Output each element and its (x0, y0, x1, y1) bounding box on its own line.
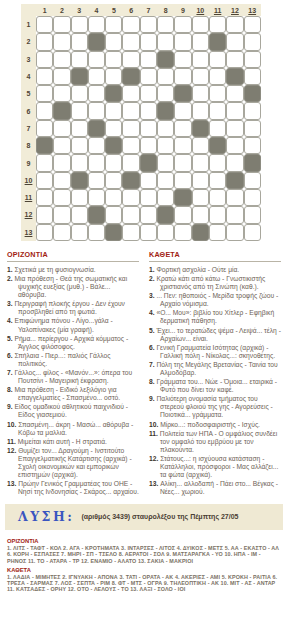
row-label-13: 13 (21, 224, 36, 241)
col-label-2: 2 (53, 4, 70, 16)
cell-r7c8[interactable] (157, 120, 174, 137)
clue-number: 12. (149, 455, 160, 462)
cell-r3c4[interactable] (88, 51, 105, 68)
solution-banner: ΛΥΣΗ: (αριθμός 3439) σταυρολέξου της Πέμ… (5, 504, 283, 530)
cell-r6c11[interactable] (209, 102, 226, 119)
cell-r2c9[interactable] (174, 33, 191, 50)
cell-r5c10[interactable] (192, 85, 209, 102)
cell-r10c13[interactable] (244, 172, 261, 189)
block-cell-r7c10 (192, 120, 209, 137)
cell-r8c8[interactable] (157, 137, 174, 154)
cell-r13c11[interactable] (209, 224, 226, 241)
col-label-13: 13 (244, 4, 261, 16)
cell-r9c1[interactable] (36, 154, 53, 171)
clue-number: 8. (149, 378, 156, 385)
cell-r3c9[interactable] (174, 51, 191, 68)
across-clue-3: 3. Περιγραφή πλοκής έργου - Δεν έχουν πρ… (7, 300, 139, 316)
cell-r8c3[interactable] (71, 137, 88, 154)
cell-r1c2[interactable] (53, 16, 70, 33)
solution-note: (αριθμός 3439) σταυρολέξου της Πέμπτης 2… (81, 513, 238, 520)
cell-r2c8[interactable] (157, 33, 174, 50)
row-label-8: 8 (21, 137, 36, 154)
cell-r1c7[interactable] (140, 16, 157, 33)
cell-r2c13[interactable] (244, 33, 261, 50)
cell-r5c4[interactable] (88, 85, 105, 102)
down-clue-12: 12. Στάτους...: η ισχύουσα κατάσταση - Κ… (149, 455, 281, 479)
down-clue-1: 1. Φορτική ασχολία - Ούτε μία. (149, 266, 281, 274)
col-label-11: 11 (209, 4, 226, 16)
block-cell-r4c12 (226, 68, 243, 85)
cell-r13c1[interactable] (36, 224, 53, 241)
block-cell-r9c13 (244, 154, 261, 171)
cell-r9c10[interactable] (192, 154, 209, 171)
cell-r10c5[interactable] (105, 172, 122, 189)
cell-r5c8[interactable] (157, 85, 174, 102)
cell-r6c1[interactable] (36, 102, 53, 119)
cell-r9c3[interactable] (71, 154, 88, 171)
cell-r13c7[interactable] (140, 224, 157, 241)
block-cell-r5c9 (174, 85, 191, 102)
col-label-12: 12 (226, 4, 243, 16)
col-label-6: 6 (122, 4, 139, 16)
across-header: ΟΡΙΖΟΝΤΙΑ (7, 250, 139, 262)
clue-number: 6. (7, 352, 14, 359)
down-clue-10: 10. Μίρκο...: ποδοσφαιριστής - Ισχύς. (149, 421, 281, 429)
cell-r7c3[interactable] (71, 120, 88, 137)
cell-r11c11[interactable] (209, 189, 226, 206)
cell-r8c13[interactable] (244, 137, 261, 154)
cell-r4c8[interactable] (157, 68, 174, 85)
cell-r9c4[interactable] (88, 154, 105, 171)
across-clues-column: ΟΡΙΖΟΝΤΙΑ 1. Σχετικά με τη φυσιογνωσία.2… (7, 250, 139, 498)
row-label-11: 11 (21, 189, 36, 206)
cell-r6c4[interactable] (88, 102, 105, 119)
clue-number: 10. (7, 421, 18, 428)
cell-r12c1[interactable] (36, 206, 53, 223)
cell-r10c9[interactable] (174, 172, 191, 189)
cell-r6c12[interactable] (226, 102, 243, 119)
cell-r7c13[interactable] (244, 120, 261, 137)
clue-number: 12. (7, 447, 18, 454)
cell-r4c2[interactable] (53, 68, 70, 85)
row-label-1: 1 (21, 16, 36, 33)
clue-number: 11. (7, 438, 18, 445)
cell-r5c1[interactable] (36, 85, 53, 102)
cell-r1c4[interactable] (88, 16, 105, 33)
col-label-3: 3 (71, 4, 88, 16)
cell-r13c9[interactable] (174, 224, 191, 241)
cell-r11c1[interactable] (36, 189, 53, 206)
block-cell-r12c4 (88, 206, 105, 223)
cell-r5c11[interactable] (209, 85, 226, 102)
cell-r5c3[interactable] (71, 85, 88, 102)
block-cell-r5c13 (244, 85, 261, 102)
col-label-5: 5 (105, 4, 122, 16)
clue-number: 5. (149, 327, 156, 334)
across-clue-list: 1. Σχετικά με τη φυσιογνωσία.2. Μια πρόθ… (7, 266, 139, 497)
cell-r6c9[interactable] (174, 102, 191, 119)
cell-r7c9[interactable] (174, 120, 191, 137)
cell-r8c9[interactable] (174, 137, 191, 154)
across-clue-8: 8. Μια πρόθεση - Ειδικό λεξιλόγιο για επ… (7, 386, 139, 402)
cell-r4c5[interactable] (105, 68, 122, 85)
cell-r12c12[interactable] (226, 206, 243, 223)
cell-r6c5[interactable] (105, 102, 122, 119)
cell-r1c3[interactable] (71, 16, 88, 33)
block-cell-r13c10 (192, 224, 209, 241)
clue-number: 9. (7, 403, 14, 410)
cell-r13c12[interactable] (226, 224, 243, 241)
cell-r12c5[interactable] (105, 206, 122, 223)
across-clue-5: 5. Ρήμα... περίεργου - Αρχικά κόμματος -… (7, 335, 139, 351)
down-clue-11: 11. Πολιτεία των ΗΠΑ - Ο ομφάλιος συνδέε… (149, 430, 281, 454)
cell-r10c4[interactable] (88, 172, 105, 189)
down-clue-9: 9. Παλιότερη ονομασία τμήματος του στερε… (149, 395, 281, 419)
block-cell-r12c8 (157, 206, 174, 223)
clue-number: 3. (149, 292, 156, 299)
cell-r10c8[interactable] (157, 172, 174, 189)
cell-r13c4[interactable] (88, 224, 105, 241)
clue-number: 8. (7, 386, 14, 393)
cell-r1c8[interactable] (157, 16, 174, 33)
down-clue-list: 1. Φορτική ασχολία - Ούτε μία.2. Κρατώ κ… (149, 266, 281, 497)
clue-number: 4. (7, 317, 14, 324)
block-cell-r6c8 (157, 102, 174, 119)
cell-r2c2[interactable] (53, 33, 70, 50)
block-cell-r4c6 (122, 68, 139, 85)
cell-r7c6[interactable] (122, 120, 139, 137)
block-cell-r8c1 (36, 137, 53, 154)
cell-r10c10[interactable] (192, 172, 209, 189)
cell-r12c3[interactable] (71, 206, 88, 223)
solution-label: ΛΥΣΗ: (18, 509, 74, 524)
row-label-6: 6 (21, 102, 36, 119)
cell-r9c5[interactable] (105, 154, 122, 171)
cell-r3c6[interactable] (122, 51, 139, 68)
cell-r8c4[interactable] (88, 137, 105, 154)
clue-number: 13. (7, 480, 18, 487)
cell-r3c2[interactable] (53, 51, 70, 68)
cell-r10c7[interactable] (140, 172, 157, 189)
cell-r6c10[interactable] (192, 102, 209, 119)
row-label-12: 12 (21, 206, 36, 223)
row-label-9: 9 (21, 154, 36, 171)
down-clue-5: 5. Έχει... το τερατώδες ψέμα - Λειψά... … (149, 327, 281, 343)
clue-number: 2. (7, 275, 14, 282)
down-clue-8: 8. Γράμματα του... Νώε - Όμοια... εταιρι… (149, 378, 281, 394)
cell-r13c2[interactable] (53, 224, 70, 241)
across-clue-6: 6. Σπήλαια - Πιερ...: παλιός Γάλλος πολι… (7, 352, 139, 368)
clue-number: 10. (149, 421, 160, 428)
cell-r9c11[interactable] (209, 154, 226, 171)
cell-r2c7[interactable] (140, 33, 157, 50)
across-clue-1: 1. Σχετικά με τη φυσιογνωσία. (7, 266, 139, 274)
block-cell-r7c4 (88, 120, 105, 137)
cell-r9c2[interactable] (53, 154, 70, 171)
across-clue-4: 4. Επιφώνημα πόνου - Λίγο...γάλα - Υαλοπ… (7, 317, 139, 333)
cell-r6c7[interactable] (140, 102, 157, 119)
cell-r11c10[interactable] (192, 189, 209, 206)
block-cell-r8c5 (105, 137, 122, 154)
clue-number: 1. (149, 266, 156, 273)
cell-r7c7[interactable] (140, 120, 157, 137)
block-cell-r10c3 (71, 172, 88, 189)
cell-r6c13[interactable] (244, 102, 261, 119)
cell-r7c1[interactable] (36, 120, 53, 137)
cell-r2c12[interactable] (226, 33, 243, 50)
cell-r11c3[interactable] (71, 189, 88, 206)
cell-r4c11[interactable] (209, 68, 226, 85)
cell-r7c5[interactable] (105, 120, 122, 137)
cell-r4c1[interactable] (36, 68, 53, 85)
row-label-5: 5 (21, 85, 36, 102)
cell-r2c1[interactable] (36, 33, 53, 50)
clue-number: 9. (149, 395, 156, 402)
col-label-10: 10 (192, 4, 209, 16)
cell-r9c8[interactable] (157, 154, 174, 171)
cell-r5c6[interactable] (122, 85, 139, 102)
across-clue-2: 2. Μια πρόθεση - Θεά της σωματικής και ψ… (7, 275, 139, 299)
clue-number: 7. (7, 369, 14, 376)
cell-r4c9[interactable] (174, 68, 191, 85)
cell-r10c2[interactable] (53, 172, 70, 189)
down-header: ΚΑΘΕΤΑ (149, 250, 281, 262)
across-clue-12: 12. Θυμίζει τον... Δραγούμη - Ινστιτούτο… (7, 447, 139, 479)
cell-r12c6[interactable] (122, 206, 139, 223)
cell-r8c12[interactable] (226, 137, 243, 154)
cell-r11c2[interactable] (53, 189, 70, 206)
block-cell-r10c12 (226, 172, 243, 189)
clue-number: 2. (149, 275, 156, 282)
cell-r12c2[interactable] (53, 206, 70, 223)
cell-r5c12[interactable] (226, 85, 243, 102)
cell-r11c6[interactable] (122, 189, 139, 206)
block-cell-r5c5 (105, 85, 122, 102)
cell-r13c8[interactable] (157, 224, 174, 241)
cell-r12c11[interactable] (209, 206, 226, 223)
across-clue-9: 9. Είδος ομαδικού αθλητικού παιχνιδιού -… (7, 403, 139, 419)
cell-r12c10[interactable] (192, 206, 209, 223)
previous-solution-section: ΟΡΙΖΟΝΤΙΑ 1. ΛΙΤΣ - ΤΑΦΤ - ΚΟΛ 2. ΑΓΑ - … (0, 530, 288, 592)
cell-r2c10[interactable] (192, 33, 209, 50)
block-cell-r10c6 (122, 172, 139, 189)
down-clue-6: 6. Γενική Γραμματεία Ισότητας (αρχικά) -… (149, 344, 281, 360)
clues-section: ΟΡΙΖΟΝΤΙΑ 1. Σχετικά με τη φυσιογνωσία.2… (0, 250, 288, 498)
block-cell-r9c7 (140, 154, 157, 171)
cell-r13c6[interactable] (122, 224, 139, 241)
clue-number: 5. (7, 335, 14, 342)
cell-r13c13[interactable] (244, 224, 261, 241)
cell-r4c10[interactable] (192, 68, 209, 85)
grid-area: 1234567891011121312345678910111213 (21, 4, 288, 241)
row-label-7: 7 (21, 120, 36, 137)
cell-r2c3[interactable] (71, 33, 88, 50)
cell-r11c12[interactable] (226, 189, 243, 206)
cell-r6c3[interactable] (71, 102, 88, 119)
row-label-4: 4 (21, 68, 36, 85)
down-clues-column: ΚΑΘΕΤΑ 1. Φορτική ασχολία - Ούτε μία.2. … (149, 250, 281, 498)
col-label-4: 4 (88, 4, 105, 16)
cell-r3c5[interactable] (105, 51, 122, 68)
block-cell-r6c2 (53, 102, 70, 119)
row-label-3: 3 (21, 51, 36, 68)
row-label-2: 2 (21, 33, 36, 50)
col-label-7: 7 (140, 4, 157, 16)
cell-r1c11[interactable] (209, 16, 226, 33)
clue-number: 1. (7, 266, 14, 273)
previous-solution-down-header: ΚΑΘΕΤΑ (7, 567, 281, 573)
cell-r8c10[interactable] (192, 137, 209, 154)
block-cell-r8c11 (209, 137, 226, 154)
cell-r3c1[interactable] (36, 51, 53, 68)
down-clue-7: 7. Πόλη της Μεγάλης Βρετανίας - Ταινία τ… (149, 361, 281, 377)
cell-r4c13[interactable] (244, 68, 261, 85)
cell-r6c6[interactable] (122, 102, 139, 119)
cell-r3c7[interactable] (140, 51, 157, 68)
cell-r9c9[interactable] (174, 154, 191, 171)
previous-solution-down-text: 1. ΛΑΔΙΑ - ΜΙΜΗΤΕΣ 2. ΙΓΝΥΑΚΗ - ΑΠΟΝΑ 3.… (7, 574, 281, 592)
cell-r3c3[interactable] (71, 51, 88, 68)
cell-r11c5[interactable] (105, 189, 122, 206)
block-cell-r2c11 (209, 33, 226, 50)
clue-number: 6. (149, 344, 156, 351)
previous-solution-across-header: ΟΡΙΖΟΝΤΙΑ (7, 538, 281, 544)
across-clue-7: 7. Γάλλος... φίλος - «Μανόν...»: όπερα τ… (7, 369, 139, 385)
cell-r12c9[interactable] (174, 206, 191, 223)
cell-r3c12[interactable] (226, 51, 243, 68)
clue-number: 13. (149, 480, 160, 487)
down-clue-4: 4. «Ο... Μου»: βιβλίο του Χίτλερ - Εφηβι… (149, 309, 281, 325)
clue-number: 11. (149, 430, 160, 437)
cell-r5c7[interactable] (140, 85, 157, 102)
cell-r1c9[interactable] (174, 16, 191, 33)
block-cell-r4c3 (71, 68, 88, 85)
cell-r13c3[interactable] (71, 224, 88, 241)
col-label-9: 9 (174, 4, 191, 16)
clue-number: 4. (149, 309, 156, 316)
block-cell-r11c9 (174, 189, 191, 206)
cell-r7c11[interactable] (209, 120, 226, 137)
cell-r1c10[interactable] (192, 16, 209, 33)
cell-r1c6[interactable] (122, 16, 139, 33)
crossword-grid: 1234567891011121312345678910111213 (21, 4, 288, 241)
down-clue-13: 13. Αλίκη... αλλοδαπή - Πάει στο... Βέγκ… (149, 480, 281, 496)
cell-r3c13[interactable] (244, 51, 261, 68)
cell-r9c6[interactable] (122, 154, 139, 171)
cell-r1c5[interactable] (105, 16, 122, 33)
cell-r12c7[interactable] (140, 206, 157, 223)
cell-r8c6[interactable] (122, 137, 139, 154)
col-label-1: 1 (36, 4, 53, 16)
cell-r3c11[interactable] (209, 51, 226, 68)
grid-corner (21, 4, 36, 16)
across-clue-13: 13. Πρώην Γενικός Γραμματέας του ΟΗΕ - Ν… (7, 480, 139, 496)
across-clue-10: 10. Σπασμένη... άκρη - Μασώ... αθόρυβα -… (7, 421, 139, 437)
clue-number: 3. (7, 300, 14, 307)
down-clue-2: 2. Κρατώ κάτι από κάτω - Γνωστικιστής χρ… (149, 275, 281, 291)
cell-r10c1[interactable] (36, 172, 53, 189)
previous-solution-across-text: 1. ΛΙΤΣ - ΤΑΦΤ - ΚΟΛ 2. ΑΓΑ - ΚΡΟΤΗΜΑΤΑ … (7, 545, 281, 563)
block-cell-r3c8 (157, 51, 174, 68)
cell-r8c2[interactable] (53, 137, 70, 154)
cell-r3c10[interactable] (192, 51, 209, 68)
block-cell-r13c5 (105, 224, 122, 241)
cell-r10c11[interactable] (209, 172, 226, 189)
col-label-8: 8 (157, 4, 174, 16)
cell-r2c6[interactable] (122, 33, 139, 50)
cell-r11c13[interactable] (244, 189, 261, 206)
cell-r11c7[interactable] (140, 189, 157, 206)
cell-r5c2[interactable] (53, 85, 70, 102)
crossword-page: 1234567891011121312345678910111213 ΟΡΙΖΟ… (0, 4, 288, 622)
down-clue-3: 3. ... Πεν: ηθοποιός - Μερίδα τροφής ζώο… (149, 292, 281, 308)
cell-r12c13[interactable] (244, 206, 261, 223)
row-label-10: 10 (21, 172, 36, 189)
clue-number: 7. (149, 361, 156, 368)
cell-r4c7[interactable] (140, 68, 157, 85)
block-cell-r2c4 (88, 33, 105, 50)
cell-r1c12[interactable] (226, 16, 243, 33)
cell-r9c12[interactable] (226, 154, 243, 171)
cell-r1c1[interactable] (36, 16, 53, 33)
cell-r8c7[interactable] (140, 137, 157, 154)
cell-r11c4[interactable] (88, 189, 105, 206)
cell-r7c2[interactable] (53, 120, 70, 137)
cell-r7c12[interactable] (226, 120, 243, 137)
cell-r1c13[interactable] (244, 16, 261, 33)
cell-r2c5[interactable] (105, 33, 122, 50)
cell-r4c4[interactable] (88, 68, 105, 85)
cell-r11c8[interactable] (157, 189, 174, 206)
across-clue-11: 11. Μιμείται κάτι αυτή - Η στρατιά. (7, 438, 139, 446)
